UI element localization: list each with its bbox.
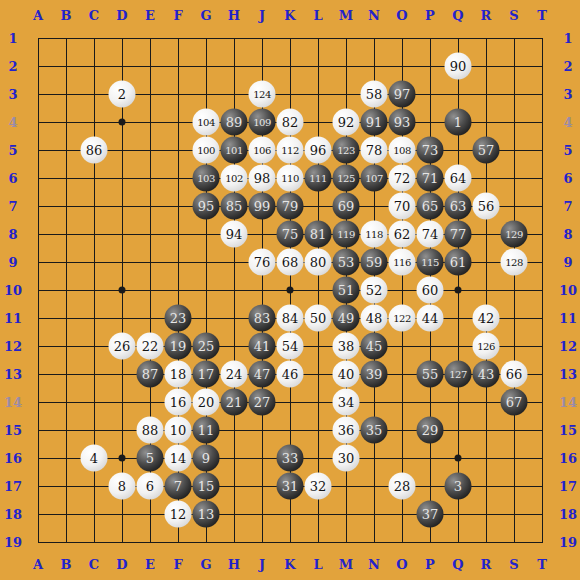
stone-K7[interactable]: 79 — [277, 193, 304, 220]
stone-F12[interactable]: 19 — [165, 333, 192, 360]
stone-E15[interactable]: 88 — [137, 417, 164, 444]
stone-L6[interactable]: 111 — [305, 165, 332, 192]
coord-label-top: O — [396, 8, 407, 23]
coord-label-bottom: K — [284, 557, 295, 572]
coord-label-right: 9 — [563, 255, 572, 270]
stone-K17[interactable]: 31 — [277, 473, 304, 500]
coord-label-bottom: R — [481, 557, 492, 572]
coord-label-left: 18 — [4, 507, 22, 522]
coord-label-top: F — [173, 8, 182, 23]
stone-N5[interactable]: 78 — [361, 137, 388, 164]
stone-R13[interactable]: 43 — [473, 361, 500, 388]
coord-label-top: C — [89, 8, 99, 23]
stone-R11[interactable]: 42 — [473, 305, 500, 332]
coord-label-top: A — [33, 8, 43, 23]
coord-label-top: J — [259, 8, 265, 23]
stone-G6[interactable]: 103 — [193, 165, 220, 192]
stone-J6[interactable]: 98 — [249, 165, 276, 192]
coord-label-left: 11 — [4, 311, 22, 326]
stone-K16[interactable]: 33 — [277, 445, 304, 472]
coord-label-left: 15 — [4, 423, 22, 438]
stone-P5[interactable]: 73 — [417, 137, 444, 164]
stone-N10[interactable]: 52 — [361, 277, 388, 304]
coord-label-right: 15 — [559, 423, 577, 438]
coord-label-right: 6 — [563, 171, 572, 186]
coord-label-left: 10 — [4, 283, 22, 298]
coord-label-bottom: N — [368, 557, 380, 572]
grid-line — [514, 38, 515, 543]
stone-D17[interactable]: 8 — [109, 473, 136, 500]
coord-label-top: G — [200, 8, 211, 23]
coord-label-top: T — [537, 8, 547, 23]
coord-label-top: L — [313, 8, 322, 23]
stone-S9[interactable]: 128 — [501, 249, 528, 276]
coord-label-right: 13 — [559, 367, 577, 382]
stone-O7[interactable]: 70 — [389, 193, 416, 220]
stone-M15[interactable]: 36 — [333, 417, 360, 444]
coord-label-right: 10 — [559, 283, 577, 298]
stone-K9[interactable]: 68 — [277, 249, 304, 276]
stone-E16[interactable]: 5 — [137, 445, 164, 472]
stone-K11[interactable]: 84 — [277, 305, 304, 332]
stone-K12[interactable]: 54 — [277, 333, 304, 360]
stone-O6[interactable]: 72 — [389, 165, 416, 192]
star-point — [119, 119, 126, 126]
coord-label-right: 12 — [559, 339, 577, 354]
stone-O11[interactable]: 122 — [389, 305, 416, 332]
coord-label-left: 17 — [4, 479, 22, 494]
stone-O3[interactable]: 97 — [389, 81, 416, 108]
stone-Q4[interactable]: 1 — [445, 109, 472, 136]
stone-N12[interactable]: 45 — [361, 333, 388, 360]
coord-label-top: N — [368, 8, 380, 23]
coord-label-right: 1 — [563, 31, 572, 46]
stone-L5[interactable]: 96 — [305, 137, 332, 164]
stone-C5[interactable]: 86 — [81, 137, 108, 164]
grid-line — [542, 38, 543, 543]
stone-F18[interactable]: 12 — [165, 501, 192, 528]
coord-label-top: S — [509, 8, 518, 23]
stone-K6[interactable]: 110 — [277, 165, 304, 192]
stone-N3[interactable]: 58 — [361, 81, 388, 108]
coord-label-left: 5 — [8, 143, 17, 158]
stone-G14[interactable]: 20 — [193, 389, 220, 416]
coord-label-right: 11 — [559, 311, 577, 326]
stone-J13[interactable]: 47 — [249, 361, 276, 388]
stone-N6[interactable]: 107 — [361, 165, 388, 192]
coord-label-right: 19 — [559, 535, 577, 550]
coord-label-bottom: B — [61, 557, 72, 572]
stone-F11[interactable]: 23 — [165, 305, 192, 332]
coord-label-bottom: J — [259, 557, 265, 572]
stone-R12[interactable]: 126 — [473, 333, 500, 360]
coord-label-right: 7 — [563, 199, 572, 214]
coord-label-bottom: L — [313, 557, 322, 572]
stone-J4[interactable]: 109 — [249, 109, 276, 136]
coord-label-bottom: G — [200, 557, 211, 572]
coord-label-right: 2 — [563, 59, 572, 74]
coord-label-top: R — [481, 8, 492, 23]
star-point — [455, 455, 462, 462]
coord-label-bottom: Q — [452, 557, 463, 572]
coord-label-bottom: O — [396, 557, 407, 572]
stone-D3[interactable]: 2 — [109, 81, 136, 108]
stone-G5[interactable]: 100 — [193, 137, 220, 164]
coord-label-bottom: F — [173, 557, 182, 572]
stone-S14[interactable]: 67 — [501, 389, 528, 416]
coord-label-right: 18 — [559, 507, 577, 522]
grid-line — [38, 430, 543, 431]
coord-label-top: M — [339, 8, 353, 23]
stone-J9[interactable]: 76 — [249, 249, 276, 276]
stone-N11[interactable]: 48 — [361, 305, 388, 332]
stone-K13[interactable]: 46 — [277, 361, 304, 388]
coord-label-left: 4 — [8, 115, 17, 130]
coord-label-bottom: M — [339, 557, 353, 572]
coord-label-right: 4 — [563, 115, 572, 130]
stone-R5[interactable]: 57 — [473, 137, 500, 164]
stone-G13[interactable]: 17 — [193, 361, 220, 388]
stone-H7[interactable]: 85 — [221, 193, 248, 220]
stone-G4[interactable]: 104 — [193, 109, 220, 136]
stone-F17[interactable]: 7 — [165, 473, 192, 500]
stone-O9[interactable]: 116 — [389, 249, 416, 276]
stone-H13[interactable]: 24 — [221, 361, 248, 388]
coord-label-left: 16 — [4, 451, 22, 466]
stone-P7[interactable]: 65 — [417, 193, 444, 220]
stone-Q9[interactable]: 61 — [445, 249, 472, 276]
stone-P18[interactable]: 37 — [417, 501, 444, 528]
coord-label-left: 6 — [8, 171, 17, 186]
coord-label-top: B — [61, 8, 72, 23]
coord-label-bottom: S — [509, 557, 518, 572]
stone-Q7[interactable]: 63 — [445, 193, 472, 220]
coord-label-left: 7 — [8, 199, 17, 214]
stone-F16[interactable]: 14 — [165, 445, 192, 472]
coord-label-right: 3 — [563, 87, 572, 102]
stone-H8[interactable]: 94 — [221, 221, 248, 248]
stone-L9[interactable]: 80 — [305, 249, 332, 276]
coord-label-top: H — [228, 8, 240, 23]
stone-M5[interactable]: 123 — [333, 137, 360, 164]
stone-H6[interactable]: 102 — [221, 165, 248, 192]
stone-H14[interactable]: 21 — [221, 389, 248, 416]
stone-K5[interactable]: 112 — [277, 137, 304, 164]
stone-L17[interactable]: 32 — [305, 473, 332, 500]
stone-E17[interactable]: 6 — [137, 473, 164, 500]
stone-O5[interactable]: 108 — [389, 137, 416, 164]
stone-H4[interactable]: 89 — [221, 109, 248, 136]
stone-S13[interactable]: 66 — [501, 361, 528, 388]
stone-P10[interactable]: 60 — [417, 277, 444, 304]
coord-label-bottom: E — [145, 557, 155, 572]
go-board[interactable]: AABBCCDDEEFFGGHHJJKKLLMMNNOOPPQQRRSSTT11… — [0, 0, 580, 580]
stone-G15[interactable]: 11 — [193, 417, 220, 444]
star-point — [119, 287, 126, 294]
stone-J5[interactable]: 106 — [249, 137, 276, 164]
stone-M10[interactable]: 51 — [333, 277, 360, 304]
stone-G18[interactable]: 13 — [193, 501, 220, 528]
stone-P6[interactable]: 71 — [417, 165, 444, 192]
stone-L11[interactable]: 50 — [305, 305, 332, 332]
stone-P9[interactable]: 115 — [417, 249, 444, 276]
coord-label-left: 9 — [8, 255, 17, 270]
star-point — [119, 455, 126, 462]
stone-H5[interactable]: 101 — [221, 137, 248, 164]
stone-J12[interactable]: 41 — [249, 333, 276, 360]
coord-label-top: K — [284, 8, 295, 23]
stone-G7[interactable]: 95 — [193, 193, 220, 220]
grid-line — [486, 38, 487, 543]
coord-label-left: 19 — [4, 535, 22, 550]
stone-C16[interactable]: 4 — [81, 445, 108, 472]
stone-N8[interactable]: 118 — [361, 221, 388, 248]
stone-P8[interactable]: 74 — [417, 221, 444, 248]
stone-F14[interactable]: 16 — [165, 389, 192, 416]
coord-label-left: 2 — [8, 59, 17, 74]
stone-O4[interactable]: 93 — [389, 109, 416, 136]
coord-label-left: 13 — [4, 367, 22, 382]
coord-label-top: E — [145, 8, 155, 23]
stone-M9[interactable]: 53 — [333, 249, 360, 276]
coord-label-top: Q — [452, 8, 463, 23]
stone-Q6[interactable]: 64 — [445, 165, 472, 192]
coord-label-right: 16 — [559, 451, 577, 466]
star-point — [287, 287, 294, 294]
stone-P13[interactable]: 55 — [417, 361, 444, 388]
stone-R7[interactable]: 56 — [473, 193, 500, 220]
stone-K8[interactable]: 75 — [277, 221, 304, 248]
coord-label-bottom: C — [89, 557, 99, 572]
coord-label-right: 17 — [559, 479, 577, 494]
stone-J3[interactable]: 124 — [249, 81, 276, 108]
stone-M14[interactable]: 34 — [333, 389, 360, 416]
stone-F13[interactable]: 18 — [165, 361, 192, 388]
stone-J7[interactable]: 99 — [249, 193, 276, 220]
stone-Q17[interactable]: 3 — [445, 473, 472, 500]
coord-label-right: 8 — [563, 227, 572, 242]
coord-label-right: 14 — [559, 395, 577, 410]
stone-E13[interactable]: 87 — [137, 361, 164, 388]
coord-label-left: 3 — [8, 87, 17, 102]
stone-M13[interactable]: 40 — [333, 361, 360, 388]
stone-E12[interactable]: 22 — [137, 333, 164, 360]
coord-label-left: 1 — [8, 31, 17, 46]
stone-M16[interactable]: 30 — [333, 445, 360, 472]
stone-J14[interactable]: 27 — [249, 389, 276, 416]
coord-label-top: P — [425, 8, 435, 23]
stone-N13[interactable]: 39 — [361, 361, 388, 388]
stone-Q13[interactable]: 127 — [445, 361, 472, 388]
stone-G16[interactable]: 9 — [193, 445, 220, 472]
grid-line — [38, 542, 543, 543]
stone-N4[interactable]: 91 — [361, 109, 388, 136]
stone-O17[interactable]: 28 — [389, 473, 416, 500]
stone-M8[interactable]: 119 — [333, 221, 360, 248]
coord-label-left: 14 — [4, 395, 22, 410]
coord-label-left: 12 — [4, 339, 22, 354]
coord-label-right: 5 — [563, 143, 572, 158]
stone-M7[interactable]: 69 — [333, 193, 360, 220]
coord-label-bottom: P — [425, 557, 435, 572]
stone-Q2[interactable]: 90 — [445, 53, 472, 80]
stone-S8[interactable]: 129 — [501, 221, 528, 248]
stone-O8[interactable]: 62 — [389, 221, 416, 248]
coord-label-left: 8 — [8, 227, 17, 242]
stone-F15[interactable]: 10 — [165, 417, 192, 444]
grid-line — [318, 38, 319, 543]
grid-line — [38, 402, 543, 403]
coord-label-bottom: D — [116, 557, 127, 572]
stone-Q8[interactable]: 77 — [445, 221, 472, 248]
coord-label-top: D — [116, 8, 127, 23]
stone-P15[interactable]: 29 — [417, 417, 444, 444]
stone-L8[interactable]: 81 — [305, 221, 332, 248]
stone-M12[interactable]: 38 — [333, 333, 360, 360]
stone-M6[interactable]: 125 — [333, 165, 360, 192]
stone-G17[interactable]: 15 — [193, 473, 220, 500]
stone-J11[interactable]: 83 — [249, 305, 276, 332]
stone-N15[interactable]: 35 — [361, 417, 388, 444]
coord-label-bottom: A — [33, 557, 43, 572]
star-point — [455, 287, 462, 294]
grid-line — [38, 514, 543, 515]
stone-K4[interactable]: 82 — [277, 109, 304, 136]
stone-G12[interactable]: 25 — [193, 333, 220, 360]
coord-label-bottom: H — [228, 557, 240, 572]
stone-M4[interactable]: 92 — [333, 109, 360, 136]
stone-M11[interactable]: 49 — [333, 305, 360, 332]
coord-label-bottom: T — [537, 557, 547, 572]
stone-N9[interactable]: 59 — [361, 249, 388, 276]
stone-D12[interactable]: 26 — [109, 333, 136, 360]
stone-P11[interactable]: 44 — [417, 305, 444, 332]
